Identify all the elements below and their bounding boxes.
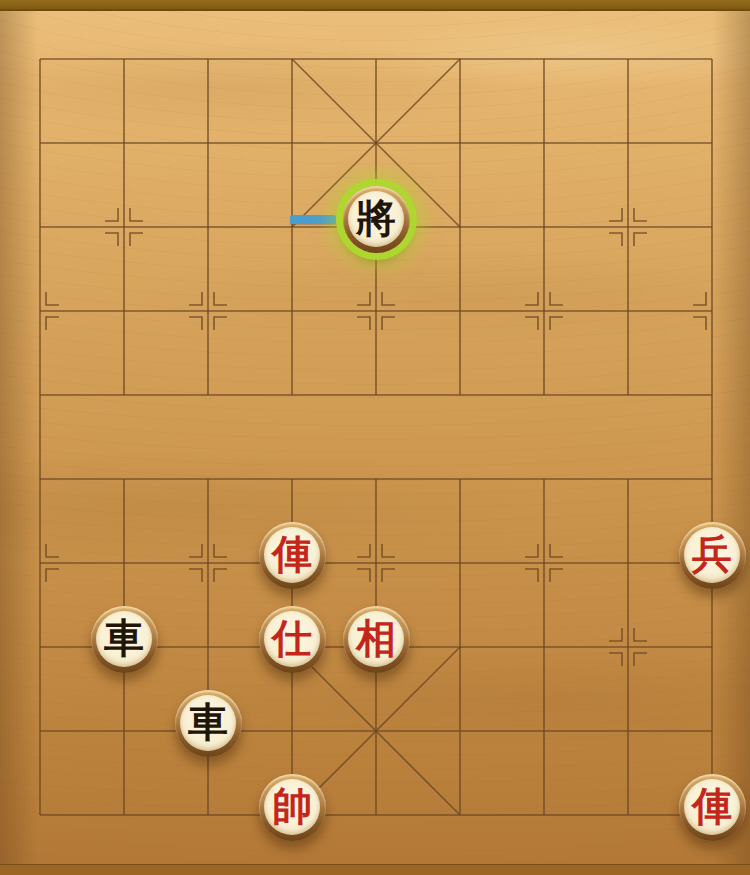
top-bar bbox=[0, 0, 750, 11]
piece-glyph: 車 bbox=[188, 702, 228, 742]
piece-glyph: 俥 bbox=[272, 534, 312, 574]
piece-black-chariot-1[interactable]: 車 bbox=[91, 606, 158, 673]
piece-disc: 帥 bbox=[264, 779, 320, 835]
piece-glyph: 相 bbox=[356, 618, 396, 658]
piece-disc: 俥 bbox=[684, 779, 740, 835]
piece-disc: 相 bbox=[348, 611, 404, 667]
piece-disc: 將 bbox=[348, 191, 404, 247]
piece-red-chariot-2[interactable]: 俥 bbox=[679, 774, 746, 841]
piece-disc: 俥 bbox=[264, 527, 320, 583]
piece-red-general[interactable]: 帥 bbox=[259, 774, 326, 841]
piece-disc: 車 bbox=[180, 695, 236, 751]
piece-red-chariot-1[interactable]: 俥 bbox=[259, 522, 326, 589]
piece-glyph: 車 bbox=[104, 618, 144, 658]
piece-disc: 仕 bbox=[264, 611, 320, 667]
piece-glyph: 帥 bbox=[272, 786, 312, 826]
piece-red-elephant-1[interactable]: 相 bbox=[343, 606, 410, 673]
piece-red-soldier-1[interactable]: 兵 bbox=[679, 522, 746, 589]
piece-glyph: 仕 bbox=[272, 618, 312, 658]
piece-disc: 兵 bbox=[684, 527, 740, 583]
piece-disc: 車 bbox=[96, 611, 152, 667]
piece-glyph: 俥 bbox=[692, 786, 732, 826]
pieces-layer: 將俥兵車仕相車帥俥 bbox=[0, 0, 750, 875]
piece-glyph: 將 bbox=[356, 198, 396, 238]
bottom-bar bbox=[0, 864, 750, 875]
piece-black-chariot-2[interactable]: 車 bbox=[175, 690, 242, 757]
piece-glyph: 兵 bbox=[692, 534, 732, 574]
piece-red-advisor-1[interactable]: 仕 bbox=[259, 606, 326, 673]
xiangqi-app: 將俥兵車仕相車帥俥 bbox=[0, 0, 750, 875]
piece-black-general[interactable]: 將 bbox=[343, 186, 410, 253]
